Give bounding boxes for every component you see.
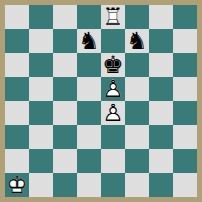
black-king-icon: ♚ <box>101 53 125 77</box>
square-g7[interactable] <box>149 29 173 53</box>
square-a1[interactable]: ♚♔ <box>5 173 29 197</box>
square-c1[interactable] <box>53 173 77 197</box>
square-c3[interactable] <box>53 125 77 149</box>
square-e5[interactable]: ♟♙ <box>101 77 125 101</box>
square-c7[interactable] <box>53 29 77 53</box>
square-f5[interactable] <box>125 77 149 101</box>
square-f1[interactable] <box>125 173 149 197</box>
white-rook-icon: ♖ <box>101 5 125 29</box>
white-pawn-icon: ♙ <box>101 101 125 125</box>
square-b8[interactable] <box>29 5 53 29</box>
square-h8[interactable] <box>173 5 197 29</box>
square-b4[interactable] <box>29 101 53 125</box>
white-pawn-fill: ♟ <box>101 77 125 101</box>
square-b2[interactable] <box>29 149 53 173</box>
square-a8[interactable] <box>5 5 29 29</box>
square-d2[interactable] <box>77 149 101 173</box>
black-knight-icon: ♞ <box>125 29 149 53</box>
square-d1[interactable] <box>77 173 101 197</box>
chess-board-frame: ♜♖♞♞♚♟♙♟♙♚♔ <box>0 0 202 202</box>
square-d7[interactable]: ♞ <box>77 29 101 53</box>
square-a3[interactable] <box>5 125 29 149</box>
square-g1[interactable] <box>149 173 173 197</box>
white-king-icon: ♔ <box>5 173 29 197</box>
square-d8[interactable] <box>77 5 101 29</box>
square-h4[interactable] <box>173 101 197 125</box>
white-pawn-fill: ♟ <box>101 101 125 125</box>
square-h1[interactable] <box>173 173 197 197</box>
square-c2[interactable] <box>53 149 77 173</box>
square-d5[interactable] <box>77 77 101 101</box>
square-b1[interactable] <box>29 173 53 197</box>
square-f4[interactable] <box>125 101 149 125</box>
square-f7[interactable]: ♞ <box>125 29 149 53</box>
square-b5[interactable] <box>29 77 53 101</box>
square-e1[interactable] <box>101 173 125 197</box>
square-e8[interactable]: ♜♖ <box>101 5 125 29</box>
square-g4[interactable] <box>149 101 173 125</box>
square-b3[interactable] <box>29 125 53 149</box>
square-a5[interactable] <box>5 77 29 101</box>
square-a4[interactable] <box>5 101 29 125</box>
square-c4[interactable] <box>53 101 77 125</box>
square-e4[interactable]: ♟♙ <box>101 101 125 125</box>
square-g5[interactable] <box>149 77 173 101</box>
square-b6[interactable] <box>29 53 53 77</box>
white-pawn-icon: ♙ <box>101 77 125 101</box>
square-g2[interactable] <box>149 149 173 173</box>
square-h5[interactable] <box>173 77 197 101</box>
square-d3[interactable] <box>77 125 101 149</box>
square-h6[interactable] <box>173 53 197 77</box>
square-g6[interactable] <box>149 53 173 77</box>
chess-board: ♜♖♞♞♚♟♙♟♙♚♔ <box>5 5 197 197</box>
square-b7[interactable] <box>29 29 53 53</box>
square-e3[interactable] <box>101 125 125 149</box>
square-c5[interactable] <box>53 77 77 101</box>
square-d4[interactable] <box>77 101 101 125</box>
square-h2[interactable] <box>173 149 197 173</box>
white-rook-fill: ♜ <box>101 5 125 29</box>
square-e7[interactable] <box>101 29 125 53</box>
square-a6[interactable] <box>5 53 29 77</box>
square-h7[interactable] <box>173 29 197 53</box>
square-a2[interactable] <box>5 149 29 173</box>
square-c8[interactable] <box>53 5 77 29</box>
square-f3[interactable] <box>125 125 149 149</box>
square-f6[interactable] <box>125 53 149 77</box>
square-f2[interactable] <box>125 149 149 173</box>
square-e6[interactable]: ♚ <box>101 53 125 77</box>
square-e2[interactable] <box>101 149 125 173</box>
square-g3[interactable] <box>149 125 173 149</box>
black-knight-icon: ♞ <box>77 29 101 53</box>
white-king-fill: ♚ <box>5 173 29 197</box>
square-a7[interactable] <box>5 29 29 53</box>
square-h3[interactable] <box>173 125 197 149</box>
square-c6[interactable] <box>53 53 77 77</box>
square-d6[interactable] <box>77 53 101 77</box>
square-f8[interactable] <box>125 5 149 29</box>
square-g8[interactable] <box>149 5 173 29</box>
